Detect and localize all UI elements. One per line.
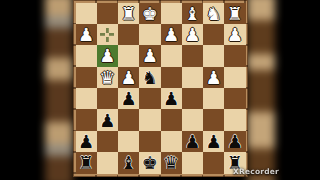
square-e5[interactable] (139, 88, 160, 109)
square-h7[interactable]: ♟ (76, 131, 97, 152)
square-g6[interactable]: ♟ (97, 109, 118, 130)
square-d8[interactable]: ♛ (161, 152, 182, 173)
white-pawn-h2[interactable]: ♟ (78, 24, 94, 45)
square-h1[interactable] (76, 3, 97, 24)
square-g5[interactable] (97, 88, 118, 109)
square-e8[interactable]: ♚ (139, 152, 160, 173)
square-g8[interactable] (97, 152, 118, 173)
square-h4[interactable] (76, 67, 97, 88)
xrecorder-watermark: XRecorder (233, 167, 279, 176)
black-pawn-g6[interactable]: ♟ (99, 109, 115, 130)
square-f7[interactable] (118, 131, 139, 152)
square-c8[interactable] (182, 152, 203, 173)
square-f3[interactable] (118, 45, 139, 66)
black-knight-e4[interactable]: ♞ (142, 66, 158, 87)
black-pawn-b7[interactable]: ♟ (206, 130, 222, 151)
square-b1[interactable]: ♞ (203, 3, 224, 24)
square-a7[interactable]: ♟ (224, 131, 245, 152)
square-a1[interactable]: ♜ (224, 3, 245, 24)
square-b3[interactable] (203, 45, 224, 66)
square-h3[interactable] (76, 45, 97, 66)
square-c2[interactable]: ♟ (182, 24, 203, 45)
white-rook-a1[interactable]: ♜ (227, 2, 243, 23)
square-g4[interactable]: ♛ (97, 67, 118, 88)
square-e7[interactable] (139, 131, 160, 152)
square-a6[interactable] (224, 109, 245, 130)
board-border-ticks-right (246, 3, 249, 174)
square-f8[interactable]: ♝ (118, 152, 139, 173)
square-d4[interactable] (161, 67, 182, 88)
square-d6[interactable] (161, 109, 182, 130)
square-a2[interactable]: ♟ (224, 24, 245, 45)
white-pawn-f4[interactable]: ♟ (121, 66, 137, 87)
white-king-e1[interactable]: ♚ (142, 2, 158, 23)
square-f4[interactable]: ♟ (118, 67, 139, 88)
square-d2[interactable]: ♟ (161, 24, 182, 45)
square-c3[interactable] (182, 45, 203, 66)
black-pawn-d5[interactable]: ♟ (163, 88, 179, 109)
square-b4[interactable]: ♟ (203, 67, 224, 88)
square-h6[interactable] (76, 109, 97, 130)
square-c5[interactable] (182, 88, 203, 109)
square-a3[interactable] (224, 45, 245, 66)
white-pawn-b4[interactable]: ♟ (206, 66, 222, 87)
black-king-e8[interactable]: ♚ (142, 152, 158, 173)
square-e3[interactable]: ♟ (139, 45, 160, 66)
white-pawn-d2[interactable]: ♟ (163, 24, 179, 45)
white-rook-f1[interactable]: ♜ (121, 2, 137, 23)
square-e2[interactable] (139, 24, 160, 45)
square-b5[interactable] (203, 88, 224, 109)
square-h2[interactable]: ♟ (76, 24, 97, 45)
white-knight-b1[interactable]: ♞ (206, 2, 222, 23)
square-d5[interactable]: ♟ (161, 88, 182, 109)
square-e6[interactable] (139, 109, 160, 130)
square-g2[interactable] (97, 24, 118, 45)
white-bishop-c1[interactable]: ♝ (184, 2, 200, 23)
board-border-ticks-bottom (76, 175, 246, 178)
white-pawn-c2[interactable]: ♟ (184, 24, 200, 45)
screen-recording-frame: ♜♚♝♞♜♟♟♟♟♟♟♛♟♞♟♟♟♟♟♟♟♟♜♝♚♛♜ XRecorder (0, 0, 320, 180)
square-d1[interactable] (161, 3, 182, 24)
square-f6[interactable] (118, 109, 139, 130)
square-b2[interactable] (203, 24, 224, 45)
square-g1[interactable] (97, 3, 118, 24)
black-pawn-f5[interactable]: ♟ (121, 88, 137, 109)
square-a4[interactable] (224, 67, 245, 88)
white-pawn-a2[interactable]: ♟ (227, 24, 243, 45)
square-d7[interactable] (161, 131, 182, 152)
square-b6[interactable] (203, 109, 224, 130)
square-b7[interactable]: ♟ (203, 131, 224, 152)
square-b8[interactable] (203, 152, 224, 173)
chess-board-grid: ♜♚♝♞♜♟♟♟♟♟♟♛♟♞♟♟♟♟♟♟♟♟♜♝♚♛♜ (76, 3, 246, 174)
left-blurred-letterbox (45, 0, 73, 180)
square-f1[interactable]: ♜ (118, 3, 139, 24)
black-pawn-c7[interactable]: ♟ (184, 130, 200, 151)
last-move-origin-cross-icon (100, 28, 114, 42)
right-blurred-letterbox (247, 0, 275, 180)
square-c4[interactable] (182, 67, 203, 88)
white-pawn-g3[interactable]: ♟ (99, 45, 115, 66)
chess-board: ♜♚♝♞♜♟♟♟♟♟♟♛♟♞♟♟♟♟♟♟♟♟♜♝♚♛♜ (73, 0, 248, 177)
square-e4[interactable]: ♞ (139, 67, 160, 88)
square-d3[interactable] (161, 45, 182, 66)
square-a5[interactable] (224, 88, 245, 109)
square-c1[interactable]: ♝ (182, 3, 203, 24)
square-e1[interactable]: ♚ (139, 3, 160, 24)
white-pawn-e3[interactable]: ♟ (142, 45, 158, 66)
square-c6[interactable] (182, 109, 203, 130)
square-g3[interactable]: ♟ (97, 45, 118, 66)
black-pawn-a7[interactable]: ♟ (227, 130, 243, 151)
black-bishop-f8[interactable]: ♝ (121, 152, 137, 173)
square-f2[interactable] (118, 24, 139, 45)
black-pawn-h7[interactable]: ♟ (78, 130, 94, 151)
black-rook-h8[interactable]: ♜ (78, 152, 94, 173)
black-queen-d8[interactable]: ♛ (163, 152, 179, 173)
square-c7[interactable]: ♟ (182, 131, 203, 152)
square-g7[interactable] (97, 131, 118, 152)
square-h5[interactable] (76, 88, 97, 109)
square-f5[interactable]: ♟ (118, 88, 139, 109)
square-h8[interactable]: ♜ (76, 152, 97, 173)
white-queen-g4[interactable]: ♛ (99, 66, 115, 87)
